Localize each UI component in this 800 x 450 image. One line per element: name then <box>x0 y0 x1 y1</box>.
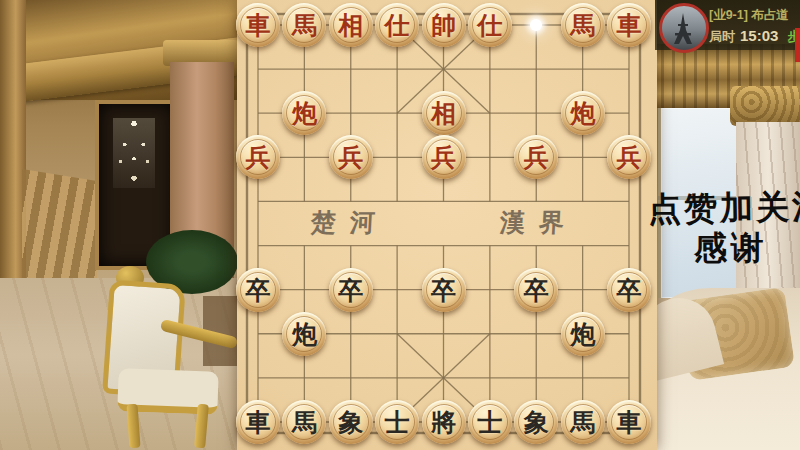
piece-red-soldier[interactable]: 兵 <box>329 135 373 179</box>
piece-red-soldier[interactable]: 兵 <box>607 135 651 179</box>
piece-glyph: 相 <box>422 91 466 135</box>
game-time-value: 15:03 <box>740 27 778 44</box>
piece-red-advisor[interactable]: 仕 <box>375 3 419 47</box>
piece-black-chariot[interactable]: 車 <box>236 400 280 444</box>
piece-red-chariot[interactable]: 車 <box>607 3 651 47</box>
piece-black-horse[interactable]: 馬 <box>282 400 326 444</box>
piece-red-soldier[interactable]: 兵 <box>422 135 466 179</box>
piece-red-soldier[interactable]: 兵 <box>236 135 280 179</box>
piece-glyph: 士 <box>468 400 512 444</box>
piece-glyph: 卒 <box>607 268 651 312</box>
piece-glyph: 車 <box>607 3 651 47</box>
piece-black-elephant[interactable]: 象 <box>329 400 373 444</box>
piece-glyph: 卒 <box>514 268 558 312</box>
piece-red-elephant[interactable]: 相 <box>329 3 373 47</box>
piece-glyph: 兵 <box>514 135 558 179</box>
piece-glyph: 兵 <box>607 135 651 179</box>
piece-glyph: 馬 <box>561 3 605 47</box>
piece-glyph: 象 <box>514 400 558 444</box>
piece-glyph: 炮 <box>282 91 326 135</box>
piece-red-cannon[interactable]: 炮 <box>282 91 326 135</box>
piece-black-elephant[interactable]: 象 <box>514 400 558 444</box>
eiffel-tower-icon <box>664 10 702 48</box>
player-hud-banner: [业9-1] 布占道 局时 15:03 步时 <box>655 0 800 50</box>
piece-glyph: 炮 <box>561 91 605 135</box>
chandelier <box>113 118 155 188</box>
piece-black-advisor[interactable]: 士 <box>375 400 419 444</box>
piece-glyph: 卒 <box>236 268 280 312</box>
piece-red-elephant[interactable]: 相 <box>422 91 466 135</box>
river-label-han-jie: 漢界 <box>499 206 579 240</box>
piece-glyph: 士 <box>375 400 419 444</box>
piece-red-general[interactable]: 帥 <box>422 3 466 47</box>
piece-glyph: 馬 <box>282 3 326 47</box>
piece-glyph: 炮 <box>561 312 605 356</box>
edge-red-badge <box>795 28 800 62</box>
piece-glyph: 卒 <box>329 268 373 312</box>
piece-glyph: 車 <box>236 400 280 444</box>
piece-black-general[interactable]: 將 <box>422 400 466 444</box>
piece-glyph: 相 <box>329 3 373 47</box>
piece-black-chariot[interactable]: 車 <box>607 400 651 444</box>
piece-glyph: 兵 <box>236 135 280 179</box>
piece-glyph: 象 <box>329 400 373 444</box>
piece-red-cannon[interactable]: 炮 <box>561 91 605 135</box>
piece-glyph: 卒 <box>422 268 466 312</box>
avatar[interactable] <box>659 3 709 53</box>
river-label-chu-he: 楚河 <box>310 206 390 240</box>
piece-glyph: 炮 <box>282 312 326 356</box>
piece-glyph: 馬 <box>282 400 326 444</box>
piece-red-horse[interactable]: 馬 <box>561 3 605 47</box>
column-capital-gold <box>730 86 800 126</box>
piece-black-horse[interactable]: 馬 <box>561 400 605 444</box>
piece-black-soldier[interactable]: 卒 <box>422 268 466 312</box>
piece-red-advisor[interactable]: 仕 <box>468 3 512 47</box>
piece-glyph: 兵 <box>329 135 373 179</box>
piece-glyph: 仕 <box>468 3 512 47</box>
piece-black-soldier[interactable]: 卒 <box>514 268 558 312</box>
piece-black-soldier[interactable]: 卒 <box>607 268 651 312</box>
promo-text-thanks: 感谢 <box>694 226 768 271</box>
piece-glyph: 馬 <box>561 400 605 444</box>
piece-glyph: 兵 <box>422 135 466 179</box>
piece-black-advisor[interactable]: 士 <box>468 400 512 444</box>
piece-glyph: 將 <box>422 400 466 444</box>
clock-row: 局时 15:03 步时 <box>709 27 800 46</box>
xiangqi-board[interactable]: 楚河 漢界 車馬相仕帥仕馬車炮相炮兵兵兵兵兵卒卒卒卒卒炮炮車馬象士將士象馬車 <box>237 0 657 450</box>
player-name-label: [业9-1] 布占道 <box>709 7 789 24</box>
piece-red-soldier[interactable]: 兵 <box>514 135 558 179</box>
piece-glyph: 仕 <box>375 3 419 47</box>
piece-glyph: 車 <box>236 3 280 47</box>
piece-red-chariot[interactable]: 車 <box>236 3 280 47</box>
piece-glyph: 車 <box>607 400 651 444</box>
game-time-label: 局时 <box>709 28 735 46</box>
board-grid <box>237 0 657 450</box>
stream-frame: 楚河 漢界 車馬相仕帥仕馬車炮相炮兵兵兵兵兵卒卒卒卒卒炮炮車馬象士將士象馬車 [… <box>0 0 800 450</box>
piece-black-soldier[interactable]: 卒 <box>236 268 280 312</box>
piece-black-cannon[interactable]: 炮 <box>282 312 326 356</box>
piece-red-horse[interactable]: 馬 <box>282 3 326 47</box>
piece-glyph: 帥 <box>422 3 466 47</box>
piece-black-soldier[interactable]: 卒 <box>329 268 373 312</box>
piece-black-cannon[interactable]: 炮 <box>561 312 605 356</box>
